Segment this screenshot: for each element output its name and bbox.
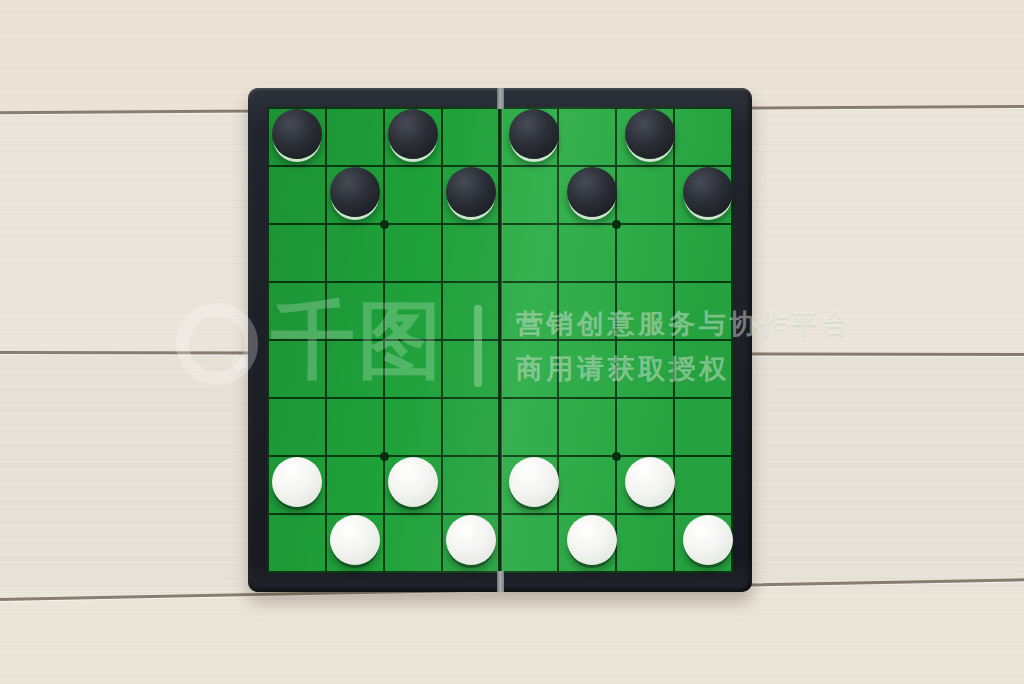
board-cell[interactable] [269,515,325,571]
board-fold-seam [497,88,504,109]
board-cell[interactable] [327,341,383,397]
board-cell[interactable] [559,283,615,339]
board-cell[interactable] [675,283,731,339]
board-cell[interactable] [443,283,499,339]
board-cell[interactable] [385,515,441,571]
board-cell[interactable] [675,457,731,513]
star-point [612,452,621,461]
board-cell[interactable] [443,457,499,513]
board-cell[interactable] [617,167,673,223]
white-disc[interactable] [446,515,496,565]
board-cell[interactable] [269,167,325,223]
star-point [380,452,389,461]
black-disc[interactable] [330,167,380,217]
board-cell[interactable] [501,167,557,223]
board-cell[interactable] [501,109,557,165]
board-cell[interactable] [501,515,557,571]
white-disc[interactable] [272,457,322,507]
board-cell[interactable] [501,399,557,455]
board-cell[interactable] [501,225,557,281]
board-cell[interactable] [443,341,499,397]
board-cell[interactable] [327,399,383,455]
star-point [380,220,389,229]
board-cell[interactable] [559,225,615,281]
star-point [612,220,621,229]
board-cell[interactable] [327,515,383,571]
board-cell[interactable] [559,109,615,165]
board-cell[interactable] [443,109,499,165]
photo-scene: 千图 营销创意服务与协作平台 商用请获取授权 [0,0,1024,684]
board-cell[interactable] [501,341,557,397]
board-cell[interactable] [675,109,731,165]
board-cell[interactable] [269,225,325,281]
board-cell[interactable] [385,167,441,223]
game-board [248,88,752,592]
black-disc[interactable] [272,109,322,159]
board-cell[interactable] [617,109,673,165]
board-fold-seam [497,571,504,592]
white-disc[interactable] [683,515,733,565]
black-disc[interactable] [509,109,559,159]
board-cell[interactable] [559,167,615,223]
board-cell[interactable] [443,399,499,455]
board-cell[interactable] [385,457,441,513]
board-cell[interactable] [675,399,731,455]
board-cell[interactable] [385,341,441,397]
board-cell[interactable] [385,225,441,281]
board-cell[interactable] [327,109,383,165]
board-cell[interactable] [443,167,499,223]
board-cell[interactable] [675,225,731,281]
board-cell[interactable] [269,457,325,513]
board-cell[interactable] [675,341,731,397]
board-cell[interactable] [443,515,499,571]
black-disc[interactable] [625,109,675,159]
board-fold-seam [498,109,503,571]
board-cell[interactable] [559,515,615,571]
board-cell[interactable] [385,399,441,455]
board-cell[interactable] [269,399,325,455]
board-cell[interactable] [327,167,383,223]
board-cell[interactable] [617,283,673,339]
white-disc[interactable] [509,457,559,507]
board-cell[interactable] [559,341,615,397]
board-cell[interactable] [385,283,441,339]
board-cell[interactable] [443,225,499,281]
watermark-logo-icon [176,303,258,385]
board-cell[interactable] [617,341,673,397]
board-cell[interactable] [327,225,383,281]
board-cell[interactable] [617,457,673,513]
board-cell[interactable] [617,225,673,281]
watermark-logo-dot-icon [232,355,247,370]
board-cell[interactable] [501,283,557,339]
black-disc[interactable] [446,167,496,217]
board-cell[interactable] [675,515,731,571]
board-cell[interactable] [501,457,557,513]
black-disc[interactable] [683,167,733,217]
board-cell[interactable] [559,399,615,455]
board-cell[interactable] [675,167,731,223]
board-cell[interactable] [269,109,325,165]
white-disc[interactable] [330,515,380,565]
board-cell[interactable] [617,515,673,571]
white-disc[interactable] [625,457,675,507]
board-cell[interactable] [269,283,325,339]
white-disc[interactable] [567,515,617,565]
black-disc[interactable] [388,109,438,159]
board-cell[interactable] [327,283,383,339]
white-disc[interactable] [388,457,438,507]
board-cell[interactable] [559,457,615,513]
board-cell[interactable] [617,399,673,455]
black-disc[interactable] [567,167,617,217]
board-cell[interactable] [327,457,383,513]
board-cell[interactable] [385,109,441,165]
board-cell[interactable] [269,341,325,397]
